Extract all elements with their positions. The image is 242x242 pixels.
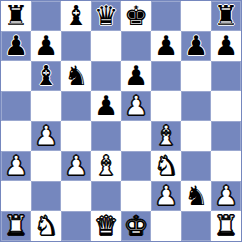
square-g1[interactable] xyxy=(181,211,211,241)
square-f2[interactable]: ♟ xyxy=(151,181,181,211)
black-king-e8[interactable]: ♚ xyxy=(124,2,148,29)
square-g8[interactable] xyxy=(181,1,211,31)
white-bishop-f4[interactable]: ♝ xyxy=(154,122,178,149)
black-knight-c6[interactable]: ♞ xyxy=(64,62,88,89)
square-d8[interactable]: ♛ xyxy=(91,1,121,31)
white-pawn-c3[interactable]: ♟ xyxy=(64,152,88,179)
black-pawn-e6[interactable]: ♟ xyxy=(124,62,148,89)
square-c1[interactable] xyxy=(61,211,91,241)
square-h2[interactable]: ♟ xyxy=(211,181,241,211)
square-a1[interactable]: ♜ xyxy=(1,211,31,241)
square-c8[interactable]: ♝ xyxy=(61,1,91,31)
white-rook-a1[interactable]: ♜ xyxy=(4,212,28,239)
square-e8[interactable]: ♚ xyxy=(121,1,151,31)
white-knight-b1[interactable]: ♞ xyxy=(34,212,58,239)
chess-board: ♜♝♛♚♜♟♟♟♟♟♝♞♟♟♟♟♝♟♟♝♞♟♞♟♜♞♛♚♜ xyxy=(0,0,242,242)
black-pawn-d5[interactable]: ♟ xyxy=(94,92,118,119)
black-rook-h8[interactable]: ♜ xyxy=(214,2,238,29)
square-c4[interactable] xyxy=(61,121,91,151)
white-pawn-b4[interactable]: ♟ xyxy=(34,122,58,149)
square-h7[interactable]: ♟ xyxy=(211,31,241,61)
square-f4[interactable]: ♝ xyxy=(151,121,181,151)
square-a2[interactable] xyxy=(1,181,31,211)
square-g3[interactable] xyxy=(181,151,211,181)
square-f7[interactable]: ♟ xyxy=(151,31,181,61)
black-pawn-g7[interactable]: ♟ xyxy=(184,32,208,59)
square-a5[interactable] xyxy=(1,91,31,121)
square-f1[interactable] xyxy=(151,211,181,241)
square-b6[interactable]: ♝ xyxy=(31,61,61,91)
square-a8[interactable]: ♜ xyxy=(1,1,31,31)
square-h4[interactable] xyxy=(211,121,241,151)
square-a7[interactable]: ♟ xyxy=(1,31,31,61)
square-c7[interactable] xyxy=(61,31,91,61)
square-d7[interactable] xyxy=(91,31,121,61)
square-c2[interactable] xyxy=(61,181,91,211)
square-b3[interactable] xyxy=(31,151,61,181)
square-f3[interactable]: ♞ xyxy=(151,151,181,181)
square-b8[interactable] xyxy=(31,1,61,31)
black-pawn-a7[interactable]: ♟ xyxy=(4,32,28,59)
square-a3[interactable]: ♟ xyxy=(1,151,31,181)
square-a6[interactable] xyxy=(1,61,31,91)
square-e7[interactable] xyxy=(121,31,151,61)
white-bishop-d3[interactable]: ♝ xyxy=(94,152,118,179)
square-c3[interactable]: ♟ xyxy=(61,151,91,181)
square-b1[interactable]: ♞ xyxy=(31,211,61,241)
square-c6[interactable]: ♞ xyxy=(61,61,91,91)
black-pawn-b7[interactable]: ♟ xyxy=(34,32,58,59)
white-rook-h1[interactable]: ♜ xyxy=(214,212,238,239)
black-pawn-h7[interactable]: ♟ xyxy=(214,32,238,59)
square-e6[interactable]: ♟ xyxy=(121,61,151,91)
square-g6[interactable] xyxy=(181,61,211,91)
white-pawn-e5[interactable]: ♟ xyxy=(124,92,148,119)
square-b4[interactable]: ♟ xyxy=(31,121,61,151)
square-c5[interactable] xyxy=(61,91,91,121)
black-bishop-c8[interactable]: ♝ xyxy=(64,2,88,29)
black-knight-g2[interactable]: ♞ xyxy=(184,182,208,209)
square-d6[interactable] xyxy=(91,61,121,91)
chess-board-container: ♜♝♛♚♜♟♟♟♟♟♝♞♟♟♟♟♝♟♟♝♞♟♞♟♜♞♛♚♜ xyxy=(0,0,242,242)
black-queen-d8[interactable]: ♛ xyxy=(94,2,118,29)
white-king-e1[interactable]: ♚ xyxy=(124,212,148,239)
square-g2[interactable]: ♞ xyxy=(181,181,211,211)
square-a4[interactable] xyxy=(1,121,31,151)
square-g7[interactable]: ♟ xyxy=(181,31,211,61)
square-h3[interactable] xyxy=(211,151,241,181)
square-h6[interactable] xyxy=(211,61,241,91)
square-h8[interactable]: ♜ xyxy=(211,1,241,31)
square-g4[interactable] xyxy=(181,121,211,151)
square-f5[interactable] xyxy=(151,91,181,121)
square-b7[interactable]: ♟ xyxy=(31,31,61,61)
square-g5[interactable] xyxy=(181,91,211,121)
square-e5[interactable]: ♟ xyxy=(121,91,151,121)
white-knight-f3[interactable]: ♞ xyxy=(154,152,178,179)
square-e1[interactable]: ♚ xyxy=(121,211,151,241)
white-pawn-f2[interactable]: ♟ xyxy=(154,182,178,209)
white-queen-d1[interactable]: ♛ xyxy=(94,212,118,239)
white-pawn-a3[interactable]: ♟ xyxy=(4,152,28,179)
white-pawn-h2[interactable]: ♟ xyxy=(214,182,238,209)
square-d3[interactable]: ♝ xyxy=(91,151,121,181)
square-b5[interactable] xyxy=(31,91,61,121)
square-d4[interactable] xyxy=(91,121,121,151)
black-rook-a8[interactable]: ♜ xyxy=(4,2,28,29)
square-d2[interactable] xyxy=(91,181,121,211)
square-b2[interactable] xyxy=(31,181,61,211)
square-f8[interactable] xyxy=(151,1,181,31)
black-bishop-b6[interactable]: ♝ xyxy=(34,62,58,89)
square-h5[interactable] xyxy=(211,91,241,121)
square-h1[interactable]: ♜ xyxy=(211,211,241,241)
square-e4[interactable] xyxy=(121,121,151,151)
square-d5[interactable]: ♟ xyxy=(91,91,121,121)
black-pawn-f7[interactable]: ♟ xyxy=(154,32,178,59)
square-f6[interactable] xyxy=(151,61,181,91)
square-e2[interactable] xyxy=(121,181,151,211)
square-e3[interactable] xyxy=(121,151,151,181)
square-d1[interactable]: ♛ xyxy=(91,211,121,241)
